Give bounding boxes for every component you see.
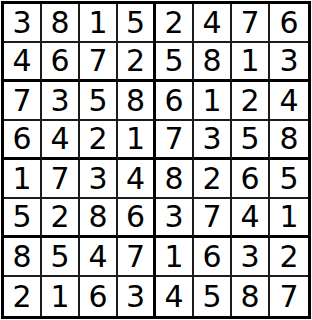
sudoku-cell-r2c5[interactable]: 5 [156,43,194,82]
sudoku-cell-r6c2[interactable]: 2 [42,199,80,238]
sudoku-cell-r6c6[interactable]: 7 [194,199,232,238]
sudoku-cell-r1c7[interactable]: 7 [232,4,270,43]
sudoku-cell-r3c3[interactable]: 5 [80,82,118,121]
sudoku-cell-r5c8[interactable]: 5 [270,160,308,199]
sudoku-cell-r4c7[interactable]: 5 [232,121,270,160]
sudoku-cell-r4c4[interactable]: 1 [118,121,156,160]
page: 3815247646725813735861246421735817348265… [0,0,312,320]
sudoku-cell-r7c1[interactable]: 8 [4,238,42,277]
sudoku-cell-r1c8[interactable]: 6 [270,4,308,43]
sudoku-cell-r8c1[interactable]: 2 [4,277,42,316]
sudoku-cell-r6c5[interactable]: 3 [156,199,194,238]
sudoku-cell-r3c4[interactable]: 8 [118,82,156,121]
sudoku-cell-r8c3[interactable]: 6 [80,277,118,316]
sudoku-cell-r4c6[interactable]: 3 [194,121,232,160]
sudoku-cell-r2c1[interactable]: 4 [4,43,42,82]
sudoku-cell-r2c3[interactable]: 7 [80,43,118,82]
sudoku-cell-r3c8[interactable]: 4 [270,82,308,121]
sudoku-cell-r3c6[interactable]: 1 [194,82,232,121]
sudoku-cell-r4c2[interactable]: 4 [42,121,80,160]
sudoku-cell-r3c5[interactable]: 6 [156,82,194,121]
sudoku-cell-r1c4[interactable]: 5 [118,4,156,43]
sudoku-cell-r2c2[interactable]: 6 [42,43,80,82]
sudoku-cell-r2c7[interactable]: 1 [232,43,270,82]
sudoku-cell-r7c4[interactable]: 7 [118,238,156,277]
sudoku-cell-r6c3[interactable]: 8 [80,199,118,238]
sudoku-cell-r7c6[interactable]: 6 [194,238,232,277]
sudoku-cell-r7c2[interactable]: 5 [42,238,80,277]
sudoku-cell-r3c2[interactable]: 3 [42,82,80,121]
sudoku-cell-r4c8[interactable]: 8 [270,121,308,160]
sudoku-cell-r6c1[interactable]: 5 [4,199,42,238]
sudoku-cell-r8c5[interactable]: 4 [156,277,194,316]
sudoku-cell-r1c1[interactable]: 3 [4,4,42,43]
sudoku-cell-r5c6[interactable]: 2 [194,160,232,199]
sudoku-cell-r2c6[interactable]: 8 [194,43,232,82]
sudoku-cell-r8c6[interactable]: 5 [194,277,232,316]
sudoku-cell-r6c7[interactable]: 4 [232,199,270,238]
sudoku-cell-r8c7[interactable]: 8 [232,277,270,316]
sudoku-cell-r1c3[interactable]: 1 [80,4,118,43]
sudoku-cell-r8c8[interactable]: 7 [270,277,308,316]
sudoku-cell-r1c5[interactable]: 2 [156,4,194,43]
sudoku-cell-r4c3[interactable]: 2 [80,121,118,160]
sudoku-cell-r8c2[interactable]: 1 [42,277,80,316]
sudoku-cell-r8c4[interactable]: 3 [118,277,156,316]
sudoku-cell-r6c4[interactable]: 6 [118,199,156,238]
sudoku-cell-r7c3[interactable]: 4 [80,238,118,277]
sudoku-cell-r7c8[interactable]: 2 [270,238,308,277]
sudoku-cell-r1c6[interactable]: 4 [194,4,232,43]
sudoku-cell-r5c7[interactable]: 6 [232,160,270,199]
sudoku-cell-r5c4[interactable]: 4 [118,160,156,199]
sudoku-cell-r6c8[interactable]: 1 [270,199,308,238]
sudoku-cell-r3c1[interactable]: 7 [4,82,42,121]
sudoku-cell-r1c2[interactable]: 8 [42,4,80,43]
sudoku-cell-r5c3[interactable]: 3 [80,160,118,199]
sudoku-cell-r3c7[interactable]: 2 [232,82,270,121]
sudoku-cell-r7c5[interactable]: 1 [156,238,194,277]
sudoku-cell-r4c1[interactable]: 6 [4,121,42,160]
sudoku-cell-r2c8[interactable]: 3 [270,43,308,82]
sudoku-cell-r4c5[interactable]: 7 [156,121,194,160]
sudoku-board: 3815247646725813735861246421735817348265… [1,1,311,319]
sudoku-cell-r5c5[interactable]: 8 [156,160,194,199]
sudoku-cell-r5c1[interactable]: 1 [4,160,42,199]
sudoku-cell-r5c2[interactable]: 7 [42,160,80,199]
sudoku-cell-r7c7[interactable]: 3 [232,238,270,277]
sudoku-cell-r2c4[interactable]: 2 [118,43,156,82]
